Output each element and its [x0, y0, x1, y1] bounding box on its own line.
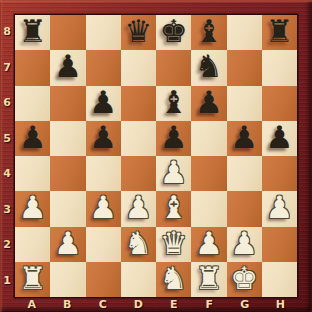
- piece-white-pawn-d3[interactable]: ♟: [124, 190, 152, 225]
- piece-white-pawn-e4[interactable]: ♟: [160, 155, 188, 190]
- rank-label-7: 7: [0, 50, 14, 86]
- square-h3[interactable]: ♟: [262, 191, 297, 226]
- file-label-d: D: [121, 298, 157, 312]
- square-g3[interactable]: [227, 191, 262, 226]
- square-h8[interactable]: ♜: [262, 15, 297, 50]
- square-f5[interactable]: [191, 121, 226, 156]
- piece-black-rook-h8[interactable]: ♜: [265, 14, 293, 49]
- square-a3[interactable]: ♟: [15, 191, 50, 226]
- square-h6[interactable]: [262, 86, 297, 121]
- piece-black-pawn-g5[interactable]: ♟: [230, 120, 258, 155]
- file-label-e: E: [156, 298, 192, 312]
- square-e8[interactable]: ♚: [156, 15, 191, 50]
- square-c8[interactable]: [86, 15, 121, 50]
- square-d2[interactable]: ♞: [121, 227, 156, 262]
- square-e7[interactable]: [156, 50, 191, 85]
- square-b2[interactable]: ♟: [50, 227, 85, 262]
- square-a1[interactable]: ♜: [15, 262, 50, 297]
- square-d1[interactable]: [121, 262, 156, 297]
- piece-black-knight-f7[interactable]: ♞: [195, 49, 223, 84]
- square-b6[interactable]: [50, 86, 85, 121]
- square-f3[interactable]: [191, 191, 226, 226]
- piece-white-pawn-a3[interactable]: ♟: [19, 190, 47, 225]
- square-h7[interactable]: [262, 50, 297, 85]
- file-label-g: G: [227, 298, 263, 312]
- piece-white-pawn-h3[interactable]: ♟: [265, 190, 293, 225]
- piece-black-pawn-a5[interactable]: ♟: [19, 120, 47, 155]
- piece-black-pawn-e5[interactable]: ♟: [160, 120, 188, 155]
- square-d8[interactable]: ♛: [121, 15, 156, 50]
- square-b5[interactable]: [50, 121, 85, 156]
- file-label-h: H: [263, 298, 299, 312]
- piece-white-pawn-g2[interactable]: ♟: [230, 226, 258, 261]
- piece-black-pawn-c5[interactable]: ♟: [89, 120, 117, 155]
- rank-label-2: 2: [0, 227, 14, 263]
- piece-white-king-g1[interactable]: ♚: [230, 261, 258, 296]
- square-a4[interactable]: [15, 156, 50, 191]
- square-b7[interactable]: ♟: [50, 50, 85, 85]
- square-g4[interactable]: [227, 156, 262, 191]
- square-c1[interactable]: [86, 262, 121, 297]
- piece-black-pawn-h5[interactable]: ♟: [265, 120, 293, 155]
- square-d7[interactable]: [121, 50, 156, 85]
- piece-white-knight-d2[interactable]: ♞: [124, 226, 152, 261]
- square-f7[interactable]: ♞: [191, 50, 226, 85]
- square-e2[interactable]: ♛: [156, 227, 191, 262]
- chess-board: ♜♛♚♝♜♟♞♟♝♟♟♟♟♟♟♟♟♟♟♝♟♟♞♛♟♟♜♞♜♚: [14, 14, 298, 298]
- square-a6[interactable]: [15, 86, 50, 121]
- piece-white-pawn-f2[interactable]: ♟: [195, 226, 223, 261]
- square-c2[interactable]: [86, 227, 121, 262]
- piece-white-pawn-b2[interactable]: ♟: [54, 226, 82, 261]
- piece-black-queen-d8[interactable]: ♛: [124, 14, 152, 49]
- square-c5[interactable]: ♟: [86, 121, 121, 156]
- square-e4[interactable]: ♟: [156, 156, 191, 191]
- square-f2[interactable]: ♟: [191, 227, 226, 262]
- piece-white-bishop-e3[interactable]: ♝: [160, 190, 188, 225]
- square-c4[interactable]: [86, 156, 121, 191]
- rank-label-6: 6: [0, 85, 14, 121]
- square-d4[interactable]: [121, 156, 156, 191]
- square-g7[interactable]: [227, 50, 262, 85]
- square-b3[interactable]: [50, 191, 85, 226]
- square-d5[interactable]: [121, 121, 156, 156]
- square-h2[interactable]: [262, 227, 297, 262]
- square-f6[interactable]: ♟: [191, 86, 226, 121]
- rank-label-8: 8: [0, 14, 14, 50]
- piece-white-rook-f1[interactable]: ♜: [195, 261, 223, 296]
- square-d3[interactable]: ♟: [121, 191, 156, 226]
- rank-label-5: 5: [0, 121, 14, 157]
- piece-black-pawn-f6[interactable]: ♟: [195, 85, 223, 120]
- square-b8[interactable]: [50, 15, 85, 50]
- square-a8[interactable]: ♜: [15, 15, 50, 50]
- piece-white-pawn-c3[interactable]: ♟: [89, 190, 117, 225]
- piece-white-queen-e2[interactable]: ♛: [160, 226, 188, 261]
- piece-black-rook-a8[interactable]: ♜: [19, 14, 47, 49]
- square-h5[interactable]: ♟: [262, 121, 297, 156]
- file-label-f: F: [192, 298, 228, 312]
- square-f8[interactable]: ♝: [191, 15, 226, 50]
- piece-black-pawn-c6[interactable]: ♟: [89, 85, 117, 120]
- square-g6[interactable]: [227, 86, 262, 121]
- square-a2[interactable]: [15, 227, 50, 262]
- rank-label-4: 4: [0, 156, 14, 192]
- square-g2[interactable]: ♟: [227, 227, 262, 262]
- square-f1[interactable]: ♜: [191, 262, 226, 297]
- square-e5[interactable]: ♟: [156, 121, 191, 156]
- square-h4[interactable]: [262, 156, 297, 191]
- square-a5[interactable]: ♟: [15, 121, 50, 156]
- square-d6[interactable]: [121, 86, 156, 121]
- square-b1[interactable]: [50, 262, 85, 297]
- rank-label-1: 1: [0, 263, 14, 299]
- piece-black-bishop-f8[interactable]: ♝: [195, 14, 223, 49]
- square-e3[interactable]: ♝: [156, 191, 191, 226]
- piece-black-king-e8[interactable]: ♚: [160, 14, 188, 49]
- square-f4[interactable]: [191, 156, 226, 191]
- square-g8[interactable]: [227, 15, 262, 50]
- square-e6[interactable]: ♝: [156, 86, 191, 121]
- piece-white-knight-e1[interactable]: ♞: [160, 261, 188, 296]
- square-c6[interactable]: ♟: [86, 86, 121, 121]
- square-b4[interactable]: [50, 156, 85, 191]
- file-label-b: B: [50, 298, 86, 312]
- square-e1[interactable]: ♞: [156, 262, 191, 297]
- square-g1[interactable]: ♚: [227, 262, 262, 297]
- square-g5[interactable]: ♟: [227, 121, 262, 156]
- chess-board-frame: ♜♛♚♝♜♟♞♟♝♟♟♟♟♟♟♟♟♟♟♝♟♟♞♛♟♟♜♞♜♚ 87654321 …: [0, 0, 312, 312]
- square-c3[interactable]: ♟: [86, 191, 121, 226]
- rank-label-3: 3: [0, 192, 14, 228]
- piece-black-pawn-b7[interactable]: ♟: [54, 49, 82, 84]
- file-label-c: C: [85, 298, 121, 312]
- file-label-a: A: [14, 298, 50, 312]
- square-c7[interactable]: [86, 50, 121, 85]
- piece-white-rook-a1[interactable]: ♜: [19, 261, 47, 296]
- square-h1[interactable]: [262, 262, 297, 297]
- square-a7[interactable]: [15, 50, 50, 85]
- piece-black-bishop-e6[interactable]: ♝: [160, 85, 188, 120]
